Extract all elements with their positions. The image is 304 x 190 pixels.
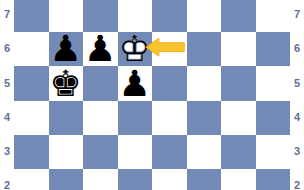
rank-label-left-5: 5 (0, 77, 14, 89)
square-a2[interactable] (14, 169, 49, 190)
rank-label-left-3: 3 (0, 145, 14, 157)
square-b3[interactable] (49, 135, 84, 169)
square-f2[interactable] (187, 169, 222, 190)
square-a3[interactable] (14, 135, 49, 169)
square-a7[interactable] (14, 0, 49, 32)
square-c3[interactable] (83, 135, 118, 169)
chess-board-view: ♟♟♚♔♚♟ 765432 765432 (0, 0, 304, 190)
square-c6[interactable]: ♟ (83, 32, 118, 66)
square-h6[interactable] (256, 32, 291, 66)
square-c4[interactable] (83, 101, 118, 135)
black-pawn-c6[interactable]: ♟ (84, 32, 116, 66)
square-e4[interactable] (152, 101, 187, 135)
square-d3[interactable] (118, 135, 153, 169)
square-d6[interactable]: ♚♔ (118, 32, 153, 66)
black-pawn-b6[interactable]: ♟ (50, 32, 82, 66)
square-c5[interactable] (83, 66, 118, 100)
square-h2[interactable] (256, 169, 291, 190)
rank-label-left-4: 4 (0, 111, 14, 123)
square-b6[interactable]: ♟ (49, 32, 84, 66)
square-d2[interactable] (118, 169, 153, 190)
square-a6[interactable] (14, 32, 49, 66)
square-a5[interactable] (14, 66, 49, 100)
rank-label-right-3: 3 (290, 145, 304, 157)
square-g2[interactable] (221, 169, 256, 190)
square-e2[interactable] (152, 169, 187, 190)
square-d4[interactable] (118, 101, 153, 135)
square-h3[interactable] (256, 135, 291, 169)
square-e3[interactable] (152, 135, 187, 169)
square-e6[interactable] (152, 32, 187, 66)
square-g5[interactable] (221, 66, 256, 100)
square-e5[interactable] (152, 66, 187, 100)
chess-board: ♟♟♚♔♚♟ (14, 0, 290, 190)
white-king-d6[interactable]: ♚♔ (119, 32, 151, 66)
square-h5[interactable] (256, 66, 291, 100)
square-h4[interactable] (256, 101, 291, 135)
square-f7[interactable] (187, 0, 222, 32)
square-b5[interactable]: ♚ (49, 66, 84, 100)
rank-label-right-4: 4 (290, 111, 304, 123)
square-f4[interactable] (187, 101, 222, 135)
square-b2[interactable] (49, 169, 84, 190)
black-king-b5[interactable]: ♚ (50, 67, 82, 101)
square-f6[interactable] (187, 32, 222, 66)
rank-label-left-6: 6 (0, 42, 14, 54)
rank-label-right-7: 7 (290, 8, 304, 20)
square-h7[interactable] (256, 0, 291, 32)
square-f3[interactable] (187, 135, 222, 169)
black-pawn-d5[interactable]: ♟ (119, 67, 151, 101)
rank-label-right-6: 6 (290, 42, 304, 54)
rank-label-left-2: 2 (0, 179, 14, 190)
square-g3[interactable] (221, 135, 256, 169)
square-g4[interactable] (221, 101, 256, 135)
square-e7[interactable] (152, 0, 187, 32)
rank-label-left-7: 7 (0, 8, 14, 20)
rank-label-right-2: 2 (290, 179, 304, 190)
rank-label-right-5: 5 (290, 77, 304, 89)
square-d5[interactable]: ♟ (118, 66, 153, 100)
square-f5[interactable] (187, 66, 222, 100)
square-g7[interactable] (221, 0, 256, 32)
square-b4[interactable] (49, 101, 84, 135)
square-c2[interactable] (83, 169, 118, 190)
square-g6[interactable] (221, 32, 256, 66)
square-a4[interactable] (14, 101, 49, 135)
